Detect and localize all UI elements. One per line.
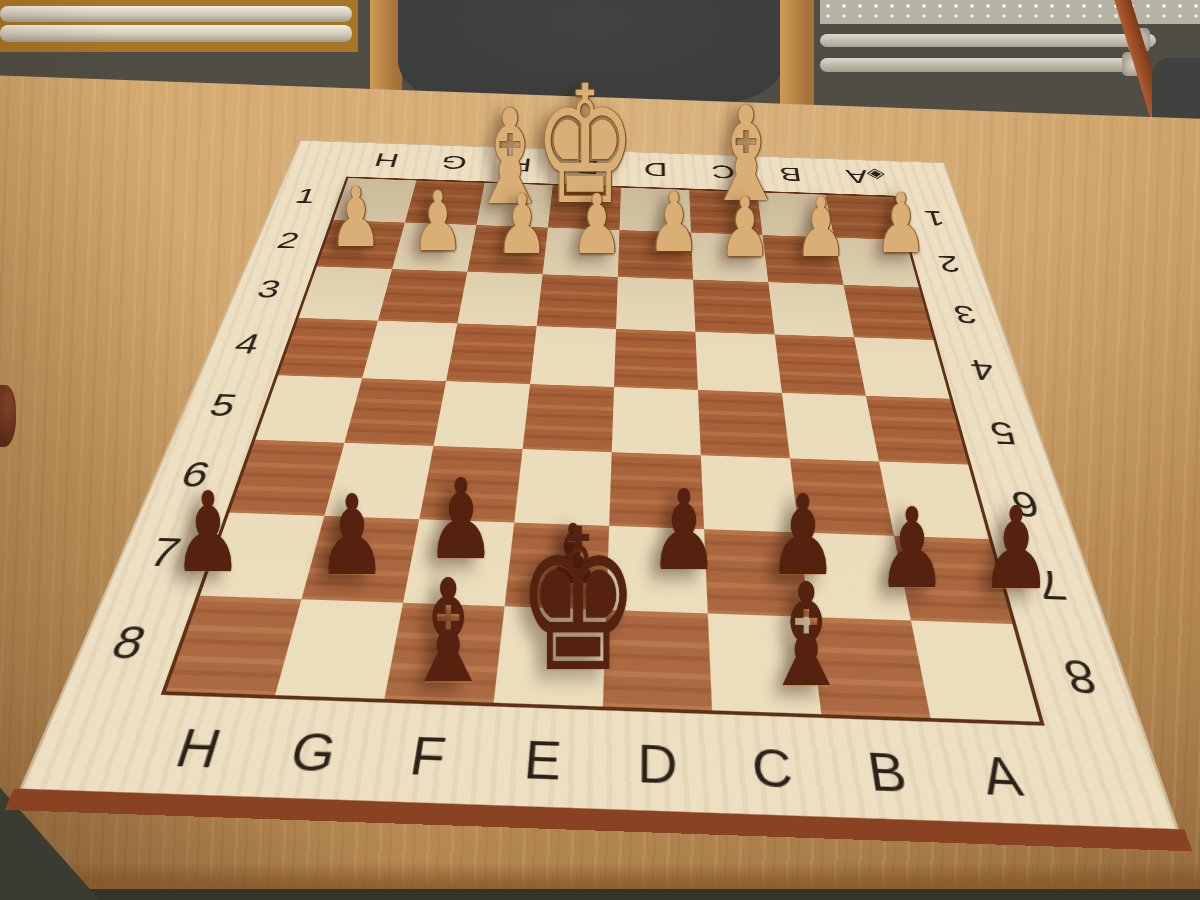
piece-white-pawn-b2[interactable]: ♟: [795, 187, 847, 269]
file-label-g: G: [246, 714, 378, 793]
square-b4[interactable]: [775, 335, 866, 396]
piece-black-pawn-h7[interactable]: ♟: [173, 477, 243, 588]
piece-white-pawn-d2[interactable]: ♟: [648, 182, 700, 264]
piece-white-pawn-c2[interactable]: ♟: [719, 187, 771, 269]
piece-black-bishop-c8[interactable]: ♝: [761, 566, 851, 708]
rank-label-5: 5: [961, 399, 1046, 468]
square-c5[interactable]: [698, 390, 790, 458]
square-a4[interactable]: [854, 337, 950, 398]
square-g4[interactable]: [362, 321, 457, 381]
square-d5[interactable]: [612, 387, 701, 455]
square-b3[interactable]: [768, 282, 854, 337]
piece-white-pawn-f2[interactable]: ♟: [496, 184, 548, 266]
square-b5[interactable]: [782, 393, 879, 462]
square-a5[interactable]: [866, 396, 968, 465]
rank-label-4: 4: [944, 340, 1023, 401]
file-label-f: F: [364, 718, 490, 797]
piece-black-king-e8[interactable]: ♚: [516, 504, 640, 700]
square-f3[interactable]: [457, 272, 542, 327]
piece-black-bishop-f8[interactable]: ♝: [403, 562, 493, 704]
piece-black-pawn-b7[interactable]: ♟: [877, 493, 947, 604]
square-h3[interactable]: [299, 266, 393, 320]
file-label-h: H: [129, 710, 267, 788]
square-d3[interactable]: [616, 277, 695, 332]
piece-white-pawn-a2[interactable]: ♟: [875, 183, 927, 265]
piece-white-pawn-h2[interactable]: ♟: [330, 177, 382, 259]
rank-label-2: 2: [252, 217, 325, 266]
square-a3[interactable]: [844, 285, 934, 340]
square-e5[interactable]: [523, 384, 614, 452]
square-c4[interactable]: [695, 332, 782, 393]
square-h4[interactable]: [278, 318, 378, 378]
square-g5[interactable]: [344, 378, 446, 446]
piece-black-pawn-g7[interactable]: ♟: [317, 480, 387, 591]
square-f4[interactable]: [446, 323, 537, 384]
file-label-e: E: [482, 721, 602, 800]
square-e3[interactable]: [537, 274, 618, 329]
rank-label-5: 5: [178, 373, 268, 440]
square-a8[interactable]: [911, 621, 1040, 722]
file-label-b: B: [826, 733, 953, 813]
file-label-a: A: [937, 737, 1070, 817]
file-labels-near: HGFEDCBA: [129, 710, 1071, 817]
piece-black-pawn-a7[interactable]: ♟: [980, 492, 1052, 606]
piece-black-pawn-d7[interactable]: ♟: [649, 475, 719, 586]
rank-label-4: 4: [205, 315, 288, 375]
square-f5[interactable]: [434, 381, 531, 449]
file-label-d: D: [600, 725, 718, 804]
rank-label-3: 3: [230, 263, 308, 317]
rank-label-3: 3: [928, 287, 1002, 342]
square-c3[interactable]: [693, 280, 775, 335]
file-label-c: C: [714, 729, 835, 808]
piece-white-pawn-g2[interactable]: ♟: [412, 181, 464, 263]
square-d4[interactable]: [614, 329, 698, 390]
chess-photo-scene: HGFEDCBA HGFEDCBA 12345678 12345678 ◈ ♝♚…: [0, 0, 1200, 900]
piece-white-pawn-e2[interactable]: ♟: [571, 184, 623, 266]
square-e4[interactable]: [530, 326, 616, 387]
square-g3[interactable]: [378, 269, 467, 323]
rank-label-8: 8: [1027, 627, 1136, 729]
